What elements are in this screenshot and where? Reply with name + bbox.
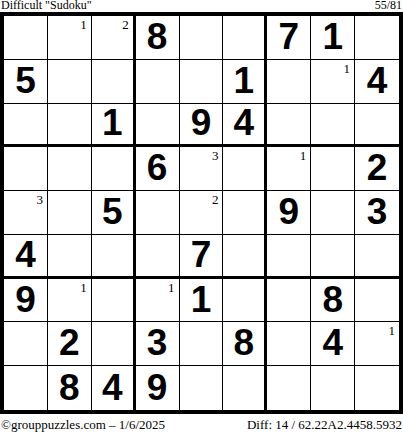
sudoku-cell-r2c3[interactable] <box>92 60 136 104</box>
sudoku-cell-r3c3[interactable]: 1 <box>92 104 136 148</box>
sudoku-cell-r9c2[interactable]: 8 <box>48 366 92 410</box>
pencil-mark: 1 <box>80 281 87 294</box>
sudoku-cell-r1c4[interactable]: 8 <box>136 16 180 60</box>
sudoku-cell-r7c8[interactable]: 8 <box>311 279 355 323</box>
sudoku-cell-r5c9[interactable]: 3 <box>355 191 399 235</box>
pencil-mark: 3 <box>212 149 219 162</box>
given-digit: 5 <box>102 193 123 230</box>
sudoku-cell-r1c6[interactable] <box>223 16 267 60</box>
sudoku-cell-r3c7[interactable] <box>267 104 311 148</box>
given-digit: 3 <box>367 193 388 230</box>
sudoku-cell-r8c7[interactable] <box>267 322 311 366</box>
sudoku-cell-r6c5[interactable]: 7 <box>180 235 224 279</box>
sudoku-cell-r1c1[interactable] <box>4 16 48 60</box>
sudoku-cell-r5c6[interactable] <box>223 191 267 235</box>
sudoku-cell-r3c5[interactable]: 9 <box>180 104 224 148</box>
sudoku-cell-r2c8[interactable]: 1 <box>311 60 355 104</box>
sudoku-cell-r4c2[interactable] <box>48 147 92 191</box>
sudoku-cell-r2c1[interactable]: 5 <box>4 60 48 104</box>
pencil-mark: 1 <box>344 62 351 75</box>
sudoku-cell-r3c9[interactable] <box>355 104 399 148</box>
sudoku-cell-r5c5[interactable]: 2 <box>180 191 224 235</box>
sudoku-cell-r7c3[interactable] <box>92 279 136 323</box>
given-digit: 8 <box>147 18 168 55</box>
given-digit: 1 <box>234 62 255 99</box>
sudoku-cell-r9c1[interactable] <box>4 366 48 410</box>
pencil-mark: 1 <box>168 281 175 294</box>
sudoku-cell-r7c1[interactable]: 9 <box>4 279 48 323</box>
sudoku-cell-r6c3[interactable] <box>92 235 136 279</box>
sudoku-cell-r3c4[interactable] <box>136 104 180 148</box>
sudoku-cell-r9c7[interactable] <box>267 366 311 410</box>
given-digit: 7 <box>278 18 299 55</box>
sudoku-cell-r4c3[interactable] <box>92 147 136 191</box>
pencil-mark: 1 <box>389 324 396 337</box>
sudoku-cell-r4c4[interactable]: 6 <box>136 147 180 191</box>
sudoku-cell-r3c2[interactable] <box>48 104 92 148</box>
sudoku-cell-r4c7[interactable]: 1 <box>267 147 311 191</box>
sudoku-cell-r8c4[interactable]: 3 <box>136 322 180 366</box>
given-digit: 4 <box>367 62 388 99</box>
sudoku-cell-r9c8[interactable] <box>311 366 355 410</box>
sudoku-cell-r8c9[interactable]: 1 <box>355 322 399 366</box>
sudoku-cell-r7c4[interactable]: 1 <box>136 279 180 323</box>
sudoku-cell-r1c7[interactable]: 7 <box>267 16 311 60</box>
sudoku-cell-r6c4[interactable] <box>136 235 180 279</box>
sudoku-board: 128715114194631235293479111823841849 <box>0 12 403 414</box>
sudoku-cell-r8c5[interactable] <box>180 322 224 366</box>
pencil-mark: 1 <box>300 149 307 162</box>
sudoku-cell-r7c5[interactable]: 1 <box>180 279 224 323</box>
pencil-mark: 2 <box>212 193 219 206</box>
given-digit: 4 <box>322 324 343 361</box>
sudoku-cell-r5c7[interactable]: 9 <box>267 191 311 235</box>
given-digit: 8 <box>59 369 80 406</box>
sudoku-cell-r7c7[interactable] <box>267 279 311 323</box>
sudoku-cell-r5c1[interactable]: 3 <box>4 191 48 235</box>
given-digit: 5 <box>15 62 36 99</box>
sudoku-cell-r3c6[interactable]: 4 <box>223 104 267 148</box>
sudoku-cell-r9c6[interactable] <box>223 366 267 410</box>
sudoku-cell-r4c5[interactable]: 3 <box>180 147 224 191</box>
page-header: Difficult "Sudoku" 55/81 <box>0 0 403 12</box>
given-digit: 1 <box>102 104 123 141</box>
given-digit: 9 <box>15 281 36 318</box>
footer-difficulty: Diff: 14 / 62.22A2.4458.5932 <box>247 418 402 432</box>
sudoku-cell-r8c3[interactable] <box>92 322 136 366</box>
given-digit: 4 <box>234 104 255 141</box>
sudoku-cell-r6c2[interactable] <box>48 235 92 279</box>
sudoku-cell-r8c8[interactable]: 4 <box>311 322 355 366</box>
sudoku-cell-r6c7[interactable] <box>267 235 311 279</box>
given-digit: 7 <box>191 236 212 273</box>
sudoku-cell-r6c1[interactable]: 4 <box>4 235 48 279</box>
sudoku-cell-r2c5[interactable] <box>180 60 224 104</box>
sudoku-cell-r5c8[interactable] <box>311 191 355 235</box>
sudoku-cell-r4c9[interactable]: 2 <box>355 147 399 191</box>
sudoku-cell-r6c8[interactable] <box>311 235 355 279</box>
given-digit: 9 <box>147 369 168 406</box>
given-digit: 9 <box>278 193 299 230</box>
sudoku-cell-r8c6[interactable]: 8 <box>223 322 267 366</box>
sudoku-cell-r6c9[interactable] <box>355 235 399 279</box>
sudoku-cell-r4c8[interactable] <box>311 147 355 191</box>
sudoku-cell-r8c1[interactable] <box>4 322 48 366</box>
page-footer: ©grouppuzzles.com – 1/6/2025 Diff: 14 / … <box>0 418 403 432</box>
sudoku-cell-r8c2[interactable]: 2 <box>48 322 92 366</box>
sudoku-cell-r5c4[interactable] <box>136 191 180 235</box>
given-digit: 2 <box>59 324 80 361</box>
sudoku-cell-r9c9[interactable] <box>355 366 399 410</box>
sudoku-cell-r1c5[interactable] <box>180 16 224 60</box>
sudoku-cell-r3c1[interactable] <box>4 104 48 148</box>
given-digit: 4 <box>102 369 123 406</box>
sudoku-cell-r4c1[interactable] <box>4 147 48 191</box>
sudoku-cell-r2c9[interactable]: 4 <box>355 60 399 104</box>
sudoku-cell-r2c7[interactable] <box>267 60 311 104</box>
given-digit: 6 <box>147 149 168 186</box>
sudoku-cell-r7c2[interactable]: 1 <box>48 279 92 323</box>
sudoku-cell-r9c5[interactable] <box>180 366 224 410</box>
page-title: Difficult "Sudoku" <box>1 0 92 11</box>
given-digit: 1 <box>322 18 343 55</box>
sudoku-cell-r1c3[interactable]: 2 <box>92 16 136 60</box>
footer-copyright: ©grouppuzzles.com – 1/6/2025 <box>1 418 165 432</box>
given-digit: 8 <box>234 324 255 361</box>
sudoku-cell-r7c6[interactable] <box>223 279 267 323</box>
sudoku-cell-r1c8[interactable]: 1 <box>311 16 355 60</box>
sudoku-cell-r9c4[interactable]: 9 <box>136 366 180 410</box>
sudoku-cell-r7c9[interactable] <box>355 279 399 323</box>
sudoku-cell-r5c3[interactable]: 5 <box>92 191 136 235</box>
progress-counter: 55/81 <box>375 0 402 11</box>
given-digit: 1 <box>191 281 212 318</box>
sudoku-cell-r1c9[interactable] <box>355 16 399 60</box>
sudoku-cell-r5c2[interactable] <box>48 191 92 235</box>
sudoku-cell-r9c3[interactable]: 4 <box>92 366 136 410</box>
given-digit: 4 <box>15 236 36 273</box>
sudoku-cell-r4c6[interactable] <box>223 147 267 191</box>
sudoku-page: Difficult "Sudoku" 55/81 128715114194631… <box>0 0 403 437</box>
given-digit: 8 <box>322 281 343 318</box>
given-digit: 2 <box>367 149 388 186</box>
pencil-mark: 1 <box>80 18 87 31</box>
sudoku-cell-r2c2[interactable] <box>48 60 92 104</box>
given-digit: 3 <box>147 324 168 361</box>
sudoku-cell-r2c6[interactable]: 1 <box>223 60 267 104</box>
given-digit: 9 <box>191 104 212 141</box>
sudoku-cell-r2c4[interactable] <box>136 60 180 104</box>
sudoku-cell-r6c6[interactable] <box>223 235 267 279</box>
sudoku-cell-r3c8[interactable] <box>311 104 355 148</box>
sudoku-cell-r1c2[interactable]: 1 <box>48 16 92 60</box>
pencil-mark: 2 <box>122 18 129 31</box>
pencil-mark: 3 <box>36 193 43 206</box>
